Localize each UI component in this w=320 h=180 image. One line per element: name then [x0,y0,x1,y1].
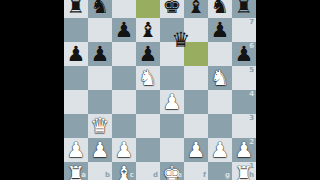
square-e4[interactable]: ♟ [160,90,184,114]
square-b2[interactable]: ♟ [88,138,112,162]
coord-file-h: h [249,172,254,179]
coord-file-g: g [225,172,230,179]
square-h8[interactable]: ♜8 [232,0,256,18]
letterbox-left [0,0,64,180]
square-c1[interactable]: ♝c [112,162,136,180]
square-d4[interactable] [136,90,160,114]
square-h6[interactable]: ♟6 [232,42,256,66]
square-h1[interactable]: ♜1h [232,162,256,180]
square-g1[interactable]: g [208,162,232,180]
square-b3[interactable]: ♛ [88,114,112,138]
coord-rank-8: 8 [249,0,254,2]
square-e3[interactable] [160,114,184,138]
piece-white-pawn[interactable]: ♟ [163,90,182,114]
coord-rank-6: 6 [249,43,254,50]
piece-white-pawn[interactable]: ♟ [115,138,134,162]
square-f4[interactable] [184,90,208,114]
square-a7[interactable] [64,18,88,42]
coord-rank-1: 1 [249,163,254,170]
piece-white-pawn[interactable]: ♟ [211,138,230,162]
piece-white-pawn[interactable]: ♟ [67,138,86,162]
coord-file-d: d [153,172,158,179]
coord-rank-5: 5 [249,67,254,74]
square-e5[interactable] [160,66,184,90]
square-d3[interactable] [136,114,160,138]
piece-black-knight[interactable]: ♞ [91,0,110,18]
piece-black-king[interactable]: ♚ [163,0,182,18]
coord-file-f: f [203,172,206,179]
square-h3[interactable]: 3 [232,114,256,138]
square-b8[interactable]: ♞ [88,0,112,18]
piece-white-pawn[interactable]: ♟ [187,138,206,162]
square-h7[interactable]: 7 [232,18,256,42]
square-c2[interactable]: ♟ [112,138,136,162]
square-d7[interactable]: ♝ [136,18,160,42]
square-g3[interactable] [208,114,232,138]
square-b7[interactable] [88,18,112,42]
square-c8[interactable] [112,0,136,18]
square-e8[interactable]: ♚ [160,0,184,18]
square-a2[interactable]: ♟ [64,138,88,162]
piece-black-pawn[interactable]: ♟ [211,18,230,42]
piece-black-pawn[interactable]: ♟ [115,18,134,42]
coord-rank-4: 4 [249,91,254,98]
square-a5[interactable] [64,66,88,90]
piece-black-rook[interactable]: ♜ [67,0,86,18]
square-h4[interactable]: 4 [232,90,256,114]
square-a1[interactable]: ♜a [64,162,88,180]
piece-black-queen-animating[interactable]: ♛ [169,28,193,52]
letterbox-right [256,0,320,180]
square-e2[interactable] [160,138,184,162]
square-d8[interactable] [136,0,160,18]
square-d6[interactable]: ♟ [136,42,160,66]
piece-black-rook[interactable]: ♜ [235,0,254,18]
square-c6[interactable] [112,42,136,66]
piece-black-pawn[interactable]: ♟ [91,42,110,66]
square-c4[interactable] [112,90,136,114]
square-e1[interactable]: ♚e [160,162,184,180]
square-b4[interactable] [88,90,112,114]
square-g8[interactable]: ♞ [208,0,232,18]
square-f1[interactable]: f [184,162,208,180]
piece-white-queen[interactable]: ♛ [91,114,110,138]
coord-file-b: b [105,172,110,179]
square-a8[interactable]: ♜ [64,0,88,18]
square-b1[interactable]: b [88,162,112,180]
square-g4[interactable] [208,90,232,114]
piece-black-bishop[interactable]: ♝ [187,0,206,18]
square-d5[interactable]: ♞ [136,66,160,90]
square-c3[interactable] [112,114,136,138]
square-b6[interactable]: ♟ [88,42,112,66]
coord-file-c: c [130,172,134,179]
piece-white-knight[interactable]: ♞ [139,66,158,90]
square-a3[interactable] [64,114,88,138]
coord-file-a: a [81,172,86,179]
coord-file-e: e [177,172,182,179]
piece-white-knight[interactable]: ♞ [211,66,230,90]
square-g2[interactable]: ♟ [208,138,232,162]
coord-rank-3: 3 [249,115,254,122]
square-f8[interactable]: ♝ [184,0,208,18]
square-c7[interactable]: ♟ [112,18,136,42]
coord-rank-7: 7 [249,19,254,26]
piece-black-pawn[interactable]: ♟ [139,42,158,66]
square-d1[interactable]: d [136,162,160,180]
square-f5[interactable] [184,66,208,90]
square-h2[interactable]: ♟2 [232,138,256,162]
square-g7[interactable]: ♟ [208,18,232,42]
square-g5[interactable]: ♞ [208,66,232,90]
piece-white-pawn[interactable]: ♟ [91,138,110,162]
video-frame: ♜♞♚♝♞♜8♟♝♟7♟♟♟♟6♞♞5♟4♛3♟♟♟♟♟♟2♜ab♝cd♚efg… [0,0,320,180]
piece-black-knight[interactable]: ♞ [211,0,230,18]
square-h5[interactable]: 5 [232,66,256,90]
piece-black-bishop[interactable]: ♝ [139,18,158,42]
square-a6[interactable]: ♟ [64,42,88,66]
square-c5[interactable] [112,66,136,90]
square-b5[interactable] [88,66,112,90]
square-g6[interactable] [208,42,232,66]
square-f2[interactable]: ♟ [184,138,208,162]
coord-rank-2: 2 [249,139,254,146]
piece-black-pawn[interactable]: ♟ [67,42,86,66]
square-d2[interactable] [136,138,160,162]
chess-board: ♜♞♚♝♞♜8♟♝♟7♟♟♟♟6♞♞5♟4♛3♟♟♟♟♟♟2♜ab♝cd♚efg… [64,0,256,180]
square-a4[interactable] [64,90,88,114]
square-f3[interactable] [184,114,208,138]
